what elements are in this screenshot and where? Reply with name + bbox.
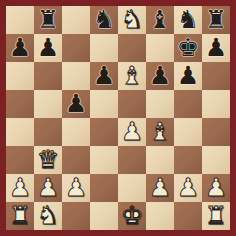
piece-black-pawn[interactable]: ♟	[205, 34, 227, 62]
square-g1[interactable]	[174, 202, 202, 230]
square-g6[interactable]: ♟	[174, 62, 202, 90]
square-d4[interactable]	[90, 118, 118, 146]
square-e4[interactable]: ♟	[118, 118, 146, 146]
piece-white-pawn[interactable]: ♟	[37, 174, 59, 202]
square-e2[interactable]	[118, 174, 146, 202]
chess-board: ♜♞♞♝♞♜♟♟♚♟♟♝♟♟♟♟♝♛♟♟♟♟♟♟♜♞♚♜	[6, 6, 230, 230]
square-f4[interactable]: ♝	[146, 118, 174, 146]
square-g4[interactable]	[174, 118, 202, 146]
square-g7[interactable]: ♚	[174, 34, 202, 62]
square-h4[interactable]	[202, 118, 230, 146]
square-c1[interactable]	[62, 202, 90, 230]
square-e7[interactable]	[118, 34, 146, 62]
square-b5[interactable]	[34, 90, 62, 118]
piece-black-pawn[interactable]: ♟	[9, 34, 31, 62]
square-c8[interactable]	[62, 6, 90, 34]
piece-white-king[interactable]: ♚	[121, 202, 143, 230]
square-h8[interactable]: ♜	[202, 6, 230, 34]
square-b2[interactable]: ♟	[34, 174, 62, 202]
square-a5[interactable]	[6, 90, 34, 118]
board-frame: ♜♞♞♝♞♜♟♟♚♟♟♝♟♟♟♟♝♛♟♟♟♟♟♟♜♞♚♜	[0, 0, 236, 236]
square-f6[interactable]: ♟	[146, 62, 174, 90]
piece-white-bishop[interactable]: ♝	[149, 118, 171, 146]
square-d7[interactable]	[90, 34, 118, 62]
square-a3[interactable]	[6, 146, 34, 174]
square-b8[interactable]: ♜	[34, 6, 62, 34]
square-g5[interactable]	[174, 90, 202, 118]
piece-white-pawn[interactable]: ♟	[9, 174, 31, 202]
piece-white-knight[interactable]: ♞	[121, 6, 143, 34]
piece-white-pawn[interactable]: ♟	[205, 174, 227, 202]
square-d6[interactable]: ♟	[90, 62, 118, 90]
square-h1[interactable]: ♜	[202, 202, 230, 230]
piece-white-knight[interactable]: ♞	[37, 202, 59, 230]
piece-black-knight[interactable]: ♞	[177, 6, 199, 34]
piece-white-rook[interactable]: ♜	[9, 202, 31, 230]
piece-white-rook[interactable]: ♜	[205, 202, 227, 230]
square-e1[interactable]: ♚	[118, 202, 146, 230]
square-c3[interactable]	[62, 146, 90, 174]
piece-black-rook[interactable]: ♜	[205, 6, 227, 34]
square-b6[interactable]	[34, 62, 62, 90]
piece-black-bishop[interactable]: ♝	[149, 6, 171, 34]
piece-white-pawn[interactable]: ♟	[121, 118, 143, 146]
square-a8[interactable]	[6, 6, 34, 34]
square-g3[interactable]	[174, 146, 202, 174]
piece-white-pawn[interactable]: ♟	[177, 174, 199, 202]
square-g2[interactable]: ♟	[174, 174, 202, 202]
square-c6[interactable]	[62, 62, 90, 90]
square-c5[interactable]: ♟	[62, 90, 90, 118]
square-f8[interactable]: ♝	[146, 6, 174, 34]
square-e3[interactable]	[118, 146, 146, 174]
piece-white-bishop[interactable]: ♝	[121, 62, 143, 90]
square-f7[interactable]	[146, 34, 174, 62]
square-e5[interactable]	[118, 90, 146, 118]
square-c7[interactable]	[62, 34, 90, 62]
square-h6[interactable]	[202, 62, 230, 90]
square-e6[interactable]: ♝	[118, 62, 146, 90]
piece-black-pawn[interactable]: ♟	[65, 90, 87, 118]
piece-black-pawn[interactable]: ♟	[177, 62, 199, 90]
square-f2[interactable]: ♟	[146, 174, 174, 202]
piece-black-pawn[interactable]: ♟	[37, 34, 59, 62]
piece-white-queen[interactable]: ♛	[37, 146, 59, 174]
square-h2[interactable]: ♟	[202, 174, 230, 202]
square-c4[interactable]	[62, 118, 90, 146]
square-f3[interactable]	[146, 146, 174, 174]
square-f1[interactable]	[146, 202, 174, 230]
square-e8[interactable]: ♞	[118, 6, 146, 34]
piece-white-pawn[interactable]: ♟	[149, 174, 171, 202]
square-a7[interactable]: ♟	[6, 34, 34, 62]
square-g8[interactable]: ♞	[174, 6, 202, 34]
square-h3[interactable]	[202, 146, 230, 174]
piece-black-knight[interactable]: ♞	[93, 6, 115, 34]
piece-black-pawn[interactable]: ♟	[149, 62, 171, 90]
square-b1[interactable]: ♞	[34, 202, 62, 230]
square-a4[interactable]	[6, 118, 34, 146]
square-b4[interactable]	[34, 118, 62, 146]
piece-black-rook[interactable]: ♜	[37, 6, 59, 34]
square-d8[interactable]: ♞	[90, 6, 118, 34]
square-f5[interactable]	[146, 90, 174, 118]
piece-black-king[interactable]: ♚	[177, 34, 199, 62]
square-d2[interactable]	[90, 174, 118, 202]
square-a6[interactable]	[6, 62, 34, 90]
square-a1[interactable]: ♜	[6, 202, 34, 230]
square-a2[interactable]: ♟	[6, 174, 34, 202]
square-d1[interactable]	[90, 202, 118, 230]
square-b3[interactable]: ♛	[34, 146, 62, 174]
square-c2[interactable]: ♟	[62, 174, 90, 202]
square-d3[interactable]	[90, 146, 118, 174]
square-b7[interactable]: ♟	[34, 34, 62, 62]
square-h5[interactable]	[202, 90, 230, 118]
square-h7[interactable]: ♟	[202, 34, 230, 62]
square-d5[interactable]	[90, 90, 118, 118]
piece-black-pawn[interactable]: ♟	[93, 62, 115, 90]
piece-white-pawn[interactable]: ♟	[65, 174, 87, 202]
